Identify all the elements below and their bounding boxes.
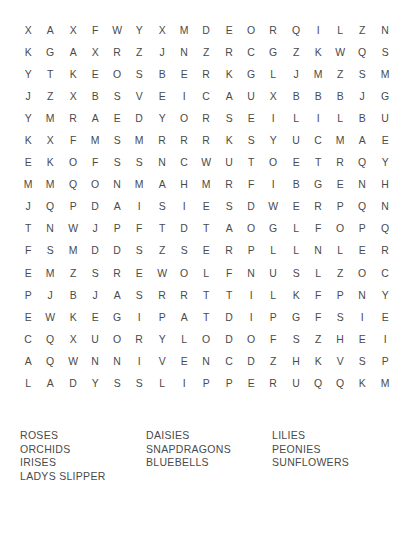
grid-cell-r12c5[interactable]: R <box>107 262 128 284</box>
word-item: LADYS SLIPPER <box>20 470 146 484</box>
word-item: LILIES <box>272 429 398 443</box>
grid-cell-r6c7[interactable]: R <box>151 129 172 151</box>
grid-cell-r6c5[interactable]: S <box>107 129 128 151</box>
grid-cell-r3c6[interactable]: S <box>129 63 150 85</box>
word-item: SUNFLOWERS <box>272 456 398 470</box>
grid-cell-r11c7[interactable]: Z <box>151 239 172 261</box>
grid-cell-r8c17[interactable]: H <box>374 173 395 195</box>
grid-cell-r2c11[interactable]: C <box>241 41 262 63</box>
grid-cell-r16c13[interactable]: H <box>285 350 306 372</box>
grid-cell-r9c15[interactable]: P <box>330 195 351 217</box>
grid-cell-r14c8[interactable]: A <box>174 306 195 328</box>
grid-cell-r9c5[interactable]: A <box>107 195 128 217</box>
grid-cell-r17c2[interactable]: A <box>40 372 61 394</box>
grid-cell-r13c1[interactable]: P <box>18 284 39 306</box>
grid-cell-r13c11[interactable]: I <box>241 284 262 306</box>
grid-cell-r13c12[interactable]: L <box>263 284 284 306</box>
grid-cell-r3c5[interactable]: O <box>107 63 128 85</box>
grid-cell-r3c9[interactable]: R <box>196 63 217 85</box>
grid-cell-r7c5[interactable]: S <box>107 151 128 173</box>
grid-cell-r13c5[interactable]: A <box>107 284 128 306</box>
grid-cell-r15c1[interactable]: C <box>18 328 39 350</box>
grid-cell-r9c10[interactable]: S <box>218 195 239 217</box>
grid-cell-r5c7[interactable]: Y <box>151 107 172 129</box>
grid-cell-r5c2[interactable]: M <box>40 107 61 129</box>
grid-cell-r10c15[interactable]: O <box>330 217 351 239</box>
grid-cell-r13c4[interactable]: J <box>84 284 105 306</box>
grid-cell-r17c3[interactable]: D <box>62 372 83 394</box>
grid-cell-r7c7[interactable]: N <box>151 151 172 173</box>
word-list-column-2: DAISIESSNAPDRAGONSBLUEBELLS <box>146 429 272 483</box>
grid-cell-r8c5[interactable]: N <box>107 173 128 195</box>
grid-cell-r6c13[interactable]: U <box>285 129 306 151</box>
grid-cell-r15c13[interactable]: S <box>285 328 306 350</box>
grid-cell-r3c7[interactable]: B <box>151 63 172 85</box>
grid-cell-r8c11[interactable]: F <box>241 173 262 195</box>
grid-cell-r1c10[interactable]: E <box>218 19 239 41</box>
grid-cell-r17c10[interactable]: P <box>218 372 239 394</box>
grid-cell-r10c1[interactable]: T <box>18 217 39 239</box>
grid-cell-r6c16[interactable]: A <box>352 129 373 151</box>
grid-cell-r11c10[interactable]: R <box>218 239 239 261</box>
grid-cell-r2c10[interactable]: R <box>218 41 239 63</box>
word-item: ROSES <box>20 429 146 443</box>
grid-cell-r16c5[interactable]: N <box>107 350 128 372</box>
grid-cell-r11c5[interactable]: D <box>107 239 128 261</box>
word-item: DAISIES <box>146 429 272 443</box>
grid-cell-r10c2[interactable]: N <box>40 217 61 239</box>
grid-cell-r9c2[interactable]: Q <box>40 195 61 217</box>
grid-cell-r17c12[interactable]: R <box>263 372 284 394</box>
grid-cell-r7c11[interactable]: T <box>241 151 262 173</box>
grid-cell-r8c16[interactable]: N <box>352 173 373 195</box>
grid-cell-r11c17[interactable]: R <box>374 239 395 261</box>
grid-cell-r17c11[interactable]: E <box>241 372 262 394</box>
word-item: SNAPDRAGONS <box>146 443 272 457</box>
grid-cell-r13c10[interactable]: T <box>218 284 239 306</box>
grid-cell-r5c8[interactable]: O <box>174 107 195 129</box>
grid-cell-r15c12[interactable]: F <box>263 328 284 350</box>
grid-cell-r16c14[interactable]: K <box>307 350 328 372</box>
grid-cell-r2c7[interactable]: J <box>151 41 172 63</box>
grid-cell-r6c1[interactable]: K <box>18 129 39 151</box>
grid-cell-r7c6[interactable]: S <box>129 151 150 173</box>
grid-cell-r5c9[interactable]: R <box>196 107 217 129</box>
grid-cell-r12c14[interactable]: L <box>307 262 328 284</box>
grid-cell-r10c6[interactable]: F <box>129 217 150 239</box>
grid-cell-r2c14[interactable]: K <box>307 41 328 63</box>
grid-cell-r2c2[interactable]: G <box>40 41 61 63</box>
grid-cell-r17c17[interactable]: M <box>374 372 395 394</box>
grid-cell-r10c17[interactable]: Q <box>374 217 395 239</box>
grid-cell-r7c3[interactable]: O <box>62 151 83 173</box>
grid-cell-r2c13[interactable]: Z <box>285 41 306 63</box>
word-item: BLUEBELLS <box>146 456 272 470</box>
grid-cell-r12c8[interactable]: O <box>174 262 195 284</box>
grid-cell-r15c10[interactable]: D <box>218 328 239 350</box>
grid-cell-r2c4[interactable]: X <box>84 41 105 63</box>
grid-cell-r10c9[interactable]: T <box>196 217 217 239</box>
grid-cell-r4c8[interactable]: I <box>174 85 195 107</box>
grid-cell-r1c1[interactable]: X <box>18 19 39 41</box>
grid-cell-r16c15[interactable]: V <box>330 350 351 372</box>
grid-cell-r5c14[interactable]: I <box>307 107 328 129</box>
grid-cell-r2c5[interactable]: R <box>107 41 128 63</box>
grid-cell-r10c3[interactable]: W <box>62 217 83 239</box>
grid-cell-r16c2[interactable]: Q <box>40 350 61 372</box>
grid-cell-r17c14[interactable]: Q <box>307 372 328 394</box>
grid-cell-r5c11[interactable]: E <box>241 107 262 129</box>
grid-cell-r15c9[interactable]: O <box>196 328 217 350</box>
grid-cell-r7c15[interactable]: R <box>330 151 351 173</box>
grid-cell-r9c17[interactable]: N <box>374 195 395 217</box>
grid-cell-r15c11[interactable]: O <box>241 328 262 350</box>
grid-cell-r1c13[interactable]: Q <box>285 19 306 41</box>
grid-cell-r17c13[interactable]: U <box>285 372 306 394</box>
grid-cell-r8c8[interactable]: H <box>174 173 195 195</box>
grid-cell-r11c9[interactable]: E <box>196 239 217 261</box>
grid-cell-r4c3[interactable]: X <box>62 85 83 107</box>
grid-cell-r9c13[interactable]: E <box>285 195 306 217</box>
grid-cell-r2c15[interactable]: W <box>330 41 351 63</box>
grid-cell-r12c13[interactable]: S <box>285 262 306 284</box>
grid-cell-r3c12[interactable]: L <box>263 63 284 85</box>
grid-cell-r9c6[interactable]: I <box>129 195 150 217</box>
grid-cell-r15c16[interactable]: E <box>352 328 373 350</box>
grid-cell-r12c4[interactable]: S <box>84 262 105 284</box>
grid-cell-r1c11[interactable]: O <box>241 19 262 41</box>
grid-cell-r12c9[interactable]: L <box>196 262 217 284</box>
grid-cell-r1c7[interactable]: X <box>151 19 172 41</box>
grid-cell-r11c2[interactable]: S <box>40 239 61 261</box>
grid-cell-r16c12[interactable]: Z <box>263 350 284 372</box>
grid-cell-r9c3[interactable]: P <box>62 195 83 217</box>
grid-cell-r5c6[interactable]: D <box>129 107 150 129</box>
grid-cell-r3c4[interactable]: E <box>84 63 105 85</box>
grid-cell-r1c14[interactable]: I <box>307 19 328 41</box>
grid-cell-r3c13[interactable]: J <box>285 63 306 85</box>
grid-cell-r10c14[interactable]: F <box>307 217 328 239</box>
grid-cell-r12c17[interactable]: C <box>374 262 395 284</box>
grid-cell-r4c9[interactable]: C <box>196 85 217 107</box>
grid-cell-r13c9[interactable]: T <box>196 284 217 306</box>
grid-cell-r12c10[interactable]: F <box>218 262 239 284</box>
grid-cell-r11c16[interactable]: E <box>352 239 373 261</box>
grid-cell-r17c1[interactable]: L <box>18 372 39 394</box>
grid-cell-r13c13[interactable]: K <box>285 284 306 306</box>
grid-cell-r16c17[interactable]: P <box>374 350 395 372</box>
grid-cell-r6c14[interactable]: C <box>307 129 328 151</box>
grid-cell-r11c15[interactable]: L <box>330 239 351 261</box>
grid-cell-r16c11[interactable]: D <box>241 350 262 372</box>
grid-cell-r10c4[interactable]: J <box>84 217 105 239</box>
grid-cell-r5c16[interactable]: B <box>352 107 373 129</box>
grid-cell-r10c16[interactable]: P <box>352 217 373 239</box>
grid-cell-r17c6[interactable]: S <box>129 372 150 394</box>
grid-cell-r9c14[interactable]: R <box>307 195 328 217</box>
grid-cell-r17c8[interactable]: I <box>174 372 195 394</box>
grid-cell-r1c15[interactable]: L <box>330 19 351 41</box>
grid-cell-r4c10[interactable]: A <box>218 85 239 107</box>
grid-cell-r1c5[interactable]: W <box>107 19 128 41</box>
grid-cell-r17c5[interactable]: S <box>107 372 128 394</box>
grid-cell-r16c3[interactable]: W <box>62 350 83 372</box>
grid-cell-r15c8[interactable]: L <box>174 328 195 350</box>
grid-cell-r6c15[interactable]: M <box>330 129 351 151</box>
grid-cell-r4c2[interactable]: Z <box>40 85 61 107</box>
grid-cell-r10c11[interactable]: O <box>241 217 262 239</box>
grid-cell-r14c2[interactable]: W <box>40 306 61 328</box>
grid-cell-r2c1[interactable]: K <box>18 41 39 63</box>
grid-cell-r4c11[interactable]: U <box>241 85 262 107</box>
grid-cell-r7c12[interactable]: O <box>263 151 284 173</box>
grid-cell-r4c6[interactable]: V <box>129 85 150 107</box>
grid-cell-r6c11[interactable]: S <box>241 129 262 151</box>
grid-cell-r8c7[interactable]: A <box>151 173 172 195</box>
grid-cell-r11c4[interactable]: D <box>84 239 105 261</box>
grid-cell-r17c16[interactable]: K <box>352 372 373 394</box>
grid-cell-r6c3[interactable]: F <box>62 129 83 151</box>
grid-cell-r2c16[interactable]: Q <box>352 41 373 63</box>
grid-cell-r12c3[interactable]: Z <box>62 262 83 284</box>
grid-cell-r1c6[interactable]: Y <box>129 19 150 41</box>
grid-cell-r12c16[interactable]: O <box>352 262 373 284</box>
grid-cell-r6c6[interactable]: M <box>129 129 150 151</box>
grid-cell-r7c2[interactable]: K <box>40 151 61 173</box>
grid-cell-r8c2[interactable]: M <box>40 173 61 195</box>
grid-cell-r3c15[interactable]: Z <box>330 63 351 85</box>
grid-cell-r8c3[interactable]: Q <box>62 173 83 195</box>
grid-cell-r8c9[interactable]: M <box>196 173 217 195</box>
grid-cell-r9c8[interactable]: I <box>174 195 195 217</box>
grid-cell-r2c12[interactable]: G <box>263 41 284 63</box>
grid-cell-r1c3[interactable]: X <box>62 19 83 41</box>
grid-cell-r15c7[interactable]: Y <box>151 328 172 350</box>
grid-cell-r14c3[interactable]: K <box>62 306 83 328</box>
grid-cell-r12c12[interactable]: U <box>263 262 284 284</box>
grid-cell-r13c7[interactable]: R <box>151 284 172 306</box>
grid-cell-r3c2[interactable]: T <box>40 63 61 85</box>
grid-cell-r17c9[interactable]: P <box>196 372 217 394</box>
grid-cell-r1c16[interactable]: Z <box>352 19 373 41</box>
grid-cell-r2c17[interactable]: S <box>374 41 395 63</box>
grid-cell-r5c4[interactable]: A <box>84 107 105 129</box>
grid-cell-r11c13[interactable]: L <box>285 239 306 261</box>
grid-cell-r2c8[interactable]: N <box>174 41 195 63</box>
grid-cell-r3c11[interactable]: G <box>241 63 262 85</box>
grid-cell-r11c3[interactable]: M <box>62 239 83 261</box>
grid-cell-r12c15[interactable]: Z <box>330 262 351 284</box>
grid-cell-r17c4[interactable]: Y <box>84 372 105 394</box>
grid-cell-r4c15[interactable]: B <box>330 85 351 107</box>
grid-cell-r12c7[interactable]: W <box>151 262 172 284</box>
grid-cell-r14c12[interactable]: P <box>263 306 284 328</box>
grid-cell-r12c2[interactable]: M <box>40 262 61 284</box>
grid-cell-r14c4[interactable]: E <box>84 306 105 328</box>
grid-cell-r12c11[interactable]: N <box>241 262 262 284</box>
grid-cell-r12c1[interactable]: E <box>18 262 39 284</box>
grid-cell-r5c1[interactable]: Y <box>18 107 39 129</box>
grid-cell-r10c8[interactable]: D <box>174 217 195 239</box>
grid-cell-r7c14[interactable]: T <box>307 151 328 173</box>
grid-cell-r16c6[interactable]: I <box>129 350 150 372</box>
grid-cell-r8c13[interactable]: B <box>285 173 306 195</box>
grid-cell-r14c9[interactable]: T <box>196 306 217 328</box>
grid-cell-r17c7[interactable]: L <box>151 372 172 394</box>
grid-cell-r9c4[interactable]: D <box>84 195 105 217</box>
grid-cell-r3c1[interactable]: Y <box>18 63 39 85</box>
grid-cell-r6c12[interactable]: Y <box>263 129 284 151</box>
grid-cell-r15c6[interactable]: R <box>129 328 150 350</box>
grid-cell-r8c1[interactable]: M <box>18 173 39 195</box>
grid-cell-r8c12[interactable]: I <box>263 173 284 195</box>
grid-cell-r16c4[interactable]: N <box>84 350 105 372</box>
grid-cell-r2c9[interactable]: Z <box>196 41 217 63</box>
grid-cell-r4c13[interactable]: B <box>285 85 306 107</box>
grid-cell-r4c17[interactable]: G <box>374 85 395 107</box>
grid-cell-r7c10[interactable]: U <box>218 151 239 173</box>
grid-cell-r13c16[interactable]: N <box>352 284 373 306</box>
grid-cell-r14c17[interactable]: E <box>374 306 395 328</box>
grid-cell-r7c16[interactable]: Q <box>352 151 373 173</box>
grid-cell-r8c6[interactable]: M <box>129 173 150 195</box>
grid-cell-r10c12[interactable]: G <box>263 217 284 239</box>
grid-cell-r4c4[interactable]: B <box>84 85 105 107</box>
grid-cell-r4c12[interactable]: X <box>263 85 284 107</box>
grid-cell-r1c4[interactable]: F <box>84 19 105 41</box>
grid-cell-r11c14[interactable]: N <box>307 239 328 261</box>
grid-cell-r1c8[interactable]: M <box>174 19 195 41</box>
grid-cell-r10c5[interactable]: P <box>107 217 128 239</box>
grid-cell-r4c16[interactable]: J <box>352 85 373 107</box>
grid-cell-r7c1[interactable]: E <box>18 151 39 173</box>
grid-cell-r7c13[interactable]: E <box>285 151 306 173</box>
grid-cell-r14c10[interactable]: D <box>218 306 239 328</box>
grid-cell-r15c4[interactable]: U <box>84 328 105 350</box>
grid-cell-r15c17[interactable]: I <box>374 328 395 350</box>
grid-cell-r11c8[interactable]: S <box>174 239 195 261</box>
grid-cell-r13c14[interactable]: F <box>307 284 328 306</box>
word-list-column-1: ROSESORCHIDSIRISESLADYS SLIPPER <box>20 429 146 483</box>
grid-cell-r14c7[interactable]: P <box>151 306 172 328</box>
grid-cell-r17c15[interactable]: Q <box>330 372 351 394</box>
grid-cell-r14c13[interactable]: G <box>285 306 306 328</box>
grid-cell-r2c6[interactable]: Z <box>129 41 150 63</box>
grid-cell-r10c10[interactable]: A <box>218 217 239 239</box>
grid-cell-r9c16[interactable]: Q <box>352 195 373 217</box>
grid-cell-r1c17[interactable]: N <box>374 19 395 41</box>
grid-cell-r7c17[interactable]: Y <box>374 151 395 173</box>
grid-cell-r1c9[interactable]: D <box>196 19 217 41</box>
grid-cell-r14c16[interactable]: I <box>352 306 373 328</box>
grid-cell-r13c2[interactable]: J <box>40 284 61 306</box>
grid-cell-r10c7[interactable]: T <box>151 217 172 239</box>
word-list-column-3: LILIESPEONIESSUNFLOWERS <box>272 429 398 483</box>
grid-cell-r4c14[interactable]: B <box>307 85 328 107</box>
grid-cell-r14c15[interactable]: S <box>330 306 351 328</box>
grid-cell-r13c3[interactable]: B <box>62 284 83 306</box>
grid-cell-r6c8[interactable]: R <box>174 129 195 151</box>
grid-cell-r8c15[interactable]: E <box>330 173 351 195</box>
grid-cell-r16c10[interactable]: C <box>218 350 239 372</box>
grid-cell-r14c1[interactable]: E <box>18 306 39 328</box>
grid-cell-r5c17[interactable]: U <box>374 107 395 129</box>
grid-cell-r11c11[interactable]: P <box>241 239 262 261</box>
grid-cell-r7c8[interactable]: C <box>174 151 195 173</box>
grid-cell-r3c14[interactable]: M <box>307 63 328 85</box>
grid-cell-r8c4[interactable]: O <box>84 173 105 195</box>
grid-cell-r16c9[interactable]: N <box>196 350 217 372</box>
grid-cell-r6c10[interactable]: K <box>218 129 239 151</box>
grid-cell-r5c3[interactable]: R <box>62 107 83 129</box>
grid-cell-r14c11[interactable]: I <box>241 306 262 328</box>
grid-cell-r16c8[interactable]: E <box>174 350 195 372</box>
grid-cell-r14c6[interactable]: I <box>129 306 150 328</box>
grid-cell-r6c4[interactable]: M <box>84 129 105 151</box>
grid-cell-r14c5[interactable]: G <box>107 306 128 328</box>
grid-cell-r5c13[interactable]: L <box>285 107 306 129</box>
grid-cell-r9c12[interactable]: W <box>263 195 284 217</box>
grid-cell-r4c1[interactable]: J <box>18 85 39 107</box>
grid-cell-r11c1[interactable]: F <box>18 239 39 261</box>
word-list: ROSESORCHIDSIRISESLADYS SLIPPERDAISIESSN… <box>20 429 398 483</box>
grid-cell-r3c10[interactable]: K <box>218 63 239 85</box>
grid-cell-r13c6[interactable]: S <box>129 284 150 306</box>
grid-cell-r6c9[interactable]: R <box>196 129 217 151</box>
grid-cell-r13c8[interactable]: R <box>174 284 195 306</box>
grid-cell-r16c16[interactable]: S <box>352 350 373 372</box>
grid-cell-r12c6[interactable]: E <box>129 262 150 284</box>
grid-cell-r6c17[interactable]: E <box>374 129 395 151</box>
grid-cell-r14c14[interactable]: F <box>307 306 328 328</box>
grid-cell-r2c3[interactable]: A <box>62 41 83 63</box>
grid-cell-r9c1[interactable]: J <box>18 195 39 217</box>
grid-cell-r15c15[interactable]: H <box>330 328 351 350</box>
grid-cell-r15c5[interactable]: O <box>107 328 128 350</box>
grid-cell-r1c2[interactable]: A <box>40 19 61 41</box>
grid-cell-r13c17[interactable]: Y <box>374 284 395 306</box>
grid-cell-r5c15[interactable]: L <box>330 107 351 129</box>
grid-cell-r11c6[interactable]: S <box>129 239 150 261</box>
grid-cell-r8c14[interactable]: G <box>307 173 328 195</box>
grid-cell-r15c14[interactable]: Z <box>307 328 328 350</box>
grid-cell-r7c4[interactable]: F <box>84 151 105 173</box>
grid-cell-r10c13[interactable]: L <box>285 217 306 239</box>
grid-cell-r6c2[interactable]: X <box>40 129 61 151</box>
grid-cell-r9c9[interactable]: E <box>196 195 217 217</box>
grid-cell-r1c12[interactable]: R <box>263 19 284 41</box>
grid-cell-r7c9[interactable]: W <box>196 151 217 173</box>
grid-cell-r5c10[interactable]: S <box>218 107 239 129</box>
grid-cell-r4c7[interactable]: E <box>151 85 172 107</box>
grid-cell-r15c2[interactable]: Q <box>40 328 61 350</box>
grid-cell-r5c12[interactable]: I <box>263 107 284 129</box>
grid-cell-r4c5[interactable]: S <box>107 85 128 107</box>
grid-cell-r16c7[interactable]: V <box>151 350 172 372</box>
grid-cell-r5c5[interactable]: E <box>107 107 128 129</box>
grid-cell-r13c15[interactable]: P <box>330 284 351 306</box>
grid-cell-r9c7[interactable]: S <box>151 195 172 217</box>
grid-cell-r8c10[interactable]: R <box>218 173 239 195</box>
grid-cell-r3c8[interactable]: E <box>174 63 195 85</box>
grid-cell-r15c3[interactable]: X <box>62 328 83 350</box>
grid-cell-r3c17[interactable]: M <box>374 63 395 85</box>
grid-cell-r11c12[interactable]: L <box>263 239 284 261</box>
grid-cell-r9c11[interactable]: D <box>241 195 262 217</box>
grid-cell-r3c16[interactable]: S <box>352 63 373 85</box>
grid-cell-r3c3[interactable]: K <box>62 63 83 85</box>
grid-cell-r16c1[interactable]: A <box>18 350 39 372</box>
